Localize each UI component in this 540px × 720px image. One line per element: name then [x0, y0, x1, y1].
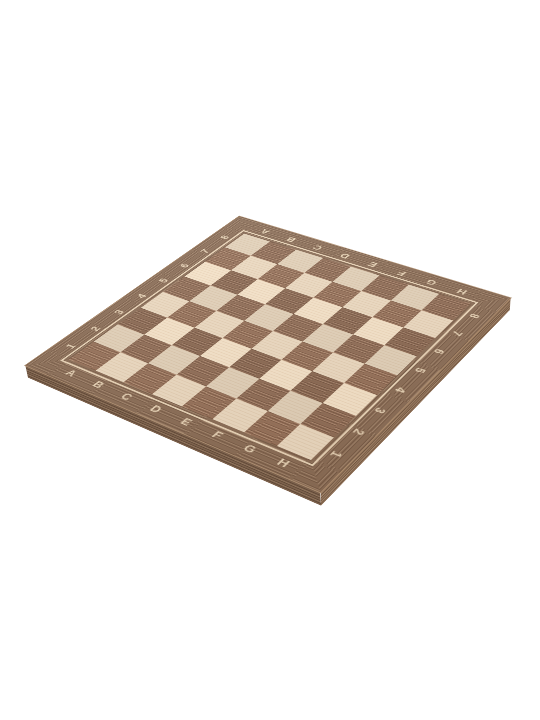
- square-d1: [152, 375, 206, 407]
- square-h5: [365, 345, 417, 375]
- square-h2: [300, 403, 356, 437]
- square-h1: [277, 424, 334, 460]
- square-f2: [236, 379, 290, 411]
- square-b1: [96, 352, 148, 382]
- square-g2: [268, 391, 323, 424]
- square-f1: [212, 398, 267, 432]
- square-e4: [252, 331, 303, 360]
- board-frame-bottom: [25, 350, 340, 492]
- square-c1: [124, 363, 177, 394]
- square-f4: [281, 342, 333, 372]
- square-d3: [200, 338, 251, 367]
- square-h4: [344, 364, 397, 395]
- playing-area: [69, 234, 470, 460]
- square-h6: [384, 327, 435, 356]
- square-f3: [259, 360, 312, 391]
- square-g3: [291, 371, 345, 403]
- square-g1: [244, 411, 300, 446]
- square-h3: [323, 383, 377, 416]
- square-e1: [182, 386, 237, 419]
- board-top-face: ABCDEFGHABCDEFGH1234567812345678: [25, 216, 510, 492]
- square-e3: [229, 349, 281, 379]
- chess-board: ABCDEFGHABCDEFGH1234567812345678: [25, 216, 510, 492]
- square-d2: [177, 356, 230, 386]
- square-g5: [333, 334, 384, 363]
- square-c2: [148, 345, 200, 375]
- square-g4: [312, 352, 364, 383]
- square-e2: [206, 367, 259, 398]
- product-photo-canvas: ABCDEFGHABCDEFGH1234567812345678: [0, 0, 540, 720]
- square-a1: [69, 342, 121, 371]
